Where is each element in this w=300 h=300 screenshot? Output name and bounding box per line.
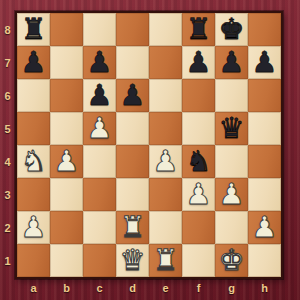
square-g2[interactable] [215,211,248,244]
white-pawn-h2[interactable]: ♟ [252,211,278,244]
square-b7[interactable] [50,46,83,79]
file-label-f: f [182,279,215,297]
square-h5[interactable] [248,112,281,145]
rank-label-3: 3 [0,178,15,211]
square-h6[interactable] [248,79,281,112]
square-g5[interactable]: ♛ [215,112,248,145]
square-c3[interactable] [83,178,116,211]
file-label-h: h [248,279,281,297]
square-a8[interactable]: ♜ [17,13,50,46]
white-pawn-b4[interactable]: ♟ [54,145,80,178]
file-labels: abcdefgh [17,279,281,297]
white-pawn-a2[interactable]: ♟ [21,211,47,244]
square-b3[interactable] [50,178,83,211]
square-a5[interactable] [17,112,50,145]
square-h1[interactable] [248,244,281,277]
rank-label-5: 5 [0,112,15,145]
file-label-e: e [149,279,182,297]
square-d7[interactable] [116,46,149,79]
white-queen-d1[interactable]: ♛ [120,244,146,277]
square-a2[interactable]: ♟ [17,211,50,244]
square-d3[interactable] [116,178,149,211]
white-pawn-f3[interactable]: ♟ [186,178,212,211]
square-b1[interactable] [50,244,83,277]
square-e6[interactable] [149,79,182,112]
black-pawn-d6[interactable]: ♟ [120,79,146,112]
black-rook-f8[interactable]: ♜ [186,13,212,46]
white-king-g1[interactable]: ♚ [219,244,245,277]
square-g4[interactable] [215,145,248,178]
square-h4[interactable] [248,145,281,178]
square-d6[interactable]: ♟ [116,79,149,112]
square-c5[interactable]: ♟ [83,112,116,145]
rank-label-6: 6 [0,79,15,112]
square-h8[interactable] [248,13,281,46]
square-g6[interactable] [215,79,248,112]
square-e4[interactable]: ♟ [149,145,182,178]
rank-label-2: 2 [0,211,15,244]
square-b8[interactable] [50,13,83,46]
square-b2[interactable] [50,211,83,244]
square-h3[interactable] [248,178,281,211]
black-pawn-f7[interactable]: ♟ [186,46,212,79]
square-c1[interactable] [83,244,116,277]
square-b5[interactable] [50,112,83,145]
square-e2[interactable] [149,211,182,244]
square-f1[interactable] [182,244,215,277]
square-f7[interactable]: ♟ [182,46,215,79]
square-g8[interactable]: ♚ [215,13,248,46]
square-a7[interactable]: ♟ [17,46,50,79]
file-label-c: c [83,279,116,297]
square-d8[interactable] [116,13,149,46]
white-knight-a4[interactable]: ♞ [21,145,47,178]
black-pawn-h7[interactable]: ♟ [252,46,278,79]
square-f5[interactable] [182,112,215,145]
chess-board[interactable]: ♜♜♚♟♟♟♟♟♟♟♟♛♞♟♟♞♟♟♟♜♟♛♜♚ [15,11,283,279]
square-h2[interactable]: ♟ [248,211,281,244]
file-label-g: g [215,279,248,297]
white-rook-e1[interactable]: ♜ [153,244,179,277]
rank-label-4: 4 [0,145,15,178]
white-pawn-e4[interactable]: ♟ [153,145,179,178]
square-d4[interactable] [116,145,149,178]
black-king-g8[interactable]: ♚ [219,13,245,46]
rank-label-1: 1 [0,244,15,277]
square-f6[interactable] [182,79,215,112]
square-c8[interactable] [83,13,116,46]
square-g7[interactable]: ♟ [215,46,248,79]
white-pawn-c5[interactable]: ♟ [87,112,113,145]
square-e8[interactable] [149,13,182,46]
file-label-d: d [116,279,149,297]
rank-label-7: 7 [0,46,15,79]
square-c7[interactable]: ♟ [83,46,116,79]
white-rook-d2[interactable]: ♜ [120,211,146,244]
square-d5[interactable] [116,112,149,145]
rank-labels: 87654321 [0,13,15,277]
black-pawn-c6[interactable]: ♟ [87,79,113,112]
square-a3[interactable] [17,178,50,211]
white-pawn-g3[interactable]: ♟ [219,178,245,211]
square-f4[interactable]: ♞ [182,145,215,178]
square-c4[interactable] [83,145,116,178]
square-c2[interactable] [83,211,116,244]
square-g3[interactable]: ♟ [215,178,248,211]
file-label-a: a [17,279,50,297]
black-pawn-a7[interactable]: ♟ [21,46,47,79]
rank-label-8: 8 [0,13,15,46]
square-d2[interactable]: ♜ [116,211,149,244]
black-knight-f4[interactable]: ♞ [186,145,212,178]
board-frame: 87654321 ♜♜♚♟♟♟♟♟♟♟♟♛♞♟♟♞♟♟♟♜♟♛♜♚ abcdef… [0,0,300,300]
square-d1[interactable]: ♛ [116,244,149,277]
square-g1[interactable]: ♚ [215,244,248,277]
black-rook-a8[interactable]: ♜ [21,13,47,46]
square-e7[interactable] [149,46,182,79]
square-a1[interactable] [17,244,50,277]
square-e3[interactable] [149,178,182,211]
square-a6[interactable] [17,79,50,112]
black-pawn-c7[interactable]: ♟ [87,46,113,79]
square-c6[interactable]: ♟ [83,79,116,112]
square-h7[interactable]: ♟ [248,46,281,79]
black-queen-g5[interactable]: ♛ [219,112,245,145]
square-a4[interactable]: ♞ [17,145,50,178]
square-f3[interactable]: ♟ [182,178,215,211]
square-e1[interactable]: ♜ [149,244,182,277]
square-f2[interactable] [182,211,215,244]
square-e5[interactable] [149,112,182,145]
square-b4[interactable]: ♟ [50,145,83,178]
square-b6[interactable] [50,79,83,112]
black-pawn-g7[interactable]: ♟ [219,46,245,79]
file-label-b: b [50,279,83,297]
square-f8[interactable]: ♜ [182,13,215,46]
